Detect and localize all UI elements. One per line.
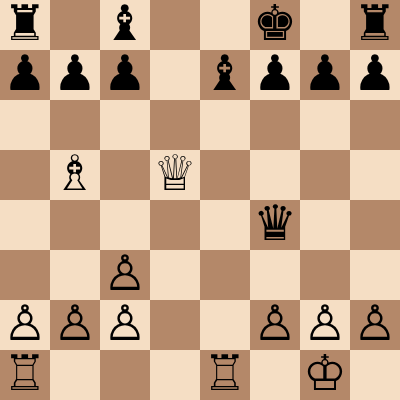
square-e1[interactable]: ♖ — [200, 350, 250, 400]
square-d5[interactable]: ♕ — [150, 150, 200, 200]
white-pawn[interactable]: ♙ — [303, 300, 347, 349]
square-e4[interactable] — [200, 200, 250, 250]
square-b8[interactable] — [50, 0, 100, 50]
black-pawn[interactable]: ♟ — [53, 50, 97, 99]
square-e2[interactable] — [200, 300, 250, 350]
square-d7[interactable] — [150, 50, 200, 100]
square-e7[interactable]: ♝ — [200, 50, 250, 100]
white-pawn[interactable]: ♙ — [103, 250, 147, 299]
square-a4[interactable] — [0, 200, 50, 250]
square-f6[interactable] — [250, 100, 300, 150]
square-e5[interactable] — [200, 150, 250, 200]
square-e3[interactable] — [200, 250, 250, 300]
black-bishop[interactable]: ♝ — [203, 50, 247, 99]
white-bishop[interactable]: ♗ — [53, 150, 97, 199]
black-pawn[interactable]: ♟ — [253, 50, 297, 99]
black-pawn[interactable]: ♟ — [303, 50, 347, 99]
black-pawn[interactable]: ♟ — [3, 50, 47, 99]
square-g1[interactable]: ♔ — [300, 350, 350, 400]
square-b5[interactable]: ♗ — [50, 150, 100, 200]
square-g5[interactable] — [300, 150, 350, 200]
square-h4[interactable] — [350, 200, 400, 250]
white-rook[interactable]: ♖ — [3, 350, 47, 399]
square-a7[interactable]: ♟ — [0, 50, 50, 100]
white-queen[interactable]: ♕ — [153, 150, 197, 199]
square-c1[interactable] — [100, 350, 150, 400]
square-c2[interactable]: ♙ — [100, 300, 150, 350]
white-pawn[interactable]: ♙ — [3, 300, 47, 349]
square-g8[interactable] — [300, 0, 350, 50]
square-f3[interactable] — [250, 250, 300, 300]
square-a5[interactable] — [0, 150, 50, 200]
white-pawn[interactable]: ♙ — [53, 300, 97, 349]
white-king[interactable]: ♔ — [303, 350, 347, 399]
square-f2[interactable]: ♙ — [250, 300, 300, 350]
square-d6[interactable] — [150, 100, 200, 150]
square-h2[interactable]: ♙ — [350, 300, 400, 350]
white-pawn[interactable]: ♙ — [253, 300, 297, 349]
square-a8[interactable]: ♜ — [0, 0, 50, 50]
square-a1[interactable]: ♖ — [0, 350, 50, 400]
square-d4[interactable] — [150, 200, 200, 250]
square-g4[interactable] — [300, 200, 350, 250]
square-f8[interactable]: ♚ — [250, 0, 300, 50]
square-c7[interactable]: ♟ — [100, 50, 150, 100]
square-c6[interactable] — [100, 100, 150, 150]
square-b6[interactable] — [50, 100, 100, 150]
square-h5[interactable] — [350, 150, 400, 200]
square-f4[interactable]: ♛ — [250, 200, 300, 250]
square-g2[interactable]: ♙ — [300, 300, 350, 350]
black-pawn[interactable]: ♟ — [103, 50, 147, 99]
black-king[interactable]: ♚ — [253, 0, 297, 49]
black-queen[interactable]: ♛ — [253, 200, 297, 249]
square-h7[interactable]: ♟ — [350, 50, 400, 100]
square-d8[interactable] — [150, 0, 200, 50]
square-e6[interactable] — [200, 100, 250, 150]
square-h3[interactable] — [350, 250, 400, 300]
square-h6[interactable] — [350, 100, 400, 150]
square-d1[interactable] — [150, 350, 200, 400]
white-pawn[interactable]: ♙ — [353, 300, 397, 349]
square-f5[interactable] — [250, 150, 300, 200]
chess-board: ♜♝♚♜♟♟♟♝♟♟♟♗♕♛♙♙♙♙♙♙♙♖♖♔ — [0, 0, 400, 400]
square-f7[interactable]: ♟ — [250, 50, 300, 100]
square-a6[interactable] — [0, 100, 50, 150]
black-rook[interactable]: ♜ — [3, 0, 47, 49]
square-b4[interactable] — [50, 200, 100, 250]
white-rook[interactable]: ♖ — [203, 350, 247, 399]
square-c8[interactable]: ♝ — [100, 0, 150, 50]
board-container: ♜♝♚♜♟♟♟♝♟♟♟♗♕♛♙♙♙♙♙♙♙♖♖♔ — [0, 0, 400, 400]
black-bishop[interactable]: ♝ — [103, 0, 147, 49]
square-c5[interactable] — [100, 150, 150, 200]
square-a3[interactable] — [0, 250, 50, 300]
square-e8[interactable] — [200, 0, 250, 50]
square-d2[interactable] — [150, 300, 200, 350]
square-h1[interactable] — [350, 350, 400, 400]
square-g7[interactable]: ♟ — [300, 50, 350, 100]
square-g3[interactable] — [300, 250, 350, 300]
square-d3[interactable] — [150, 250, 200, 300]
square-a2[interactable]: ♙ — [0, 300, 50, 350]
square-c3[interactable]: ♙ — [100, 250, 150, 300]
square-g6[interactable] — [300, 100, 350, 150]
square-b3[interactable] — [50, 250, 100, 300]
square-f1[interactable] — [250, 350, 300, 400]
square-b2[interactable]: ♙ — [50, 300, 100, 350]
black-pawn[interactable]: ♟ — [353, 50, 397, 99]
square-b1[interactable] — [50, 350, 100, 400]
black-rook[interactable]: ♜ — [353, 0, 397, 49]
square-b7[interactable]: ♟ — [50, 50, 100, 100]
square-h8[interactable]: ♜ — [350, 0, 400, 50]
white-pawn[interactable]: ♙ — [103, 300, 147, 349]
square-c4[interactable] — [100, 200, 150, 250]
